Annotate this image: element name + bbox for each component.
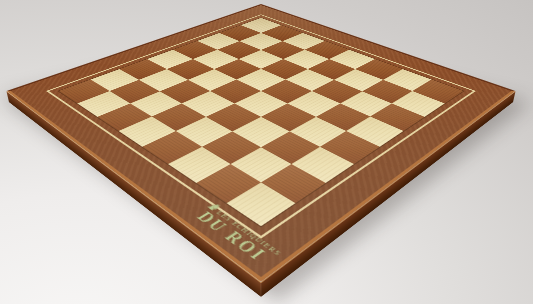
square-f4	[261, 103, 316, 131]
square-g6	[340, 91, 393, 117]
square-f5	[287, 91, 340, 117]
square-h5	[346, 117, 403, 147]
brand-logo: ♞ LES ECHIQUIERS DU ROI	[187, 200, 286, 269]
square-e1	[142, 131, 201, 164]
square-h2	[261, 164, 326, 203]
square-g3	[261, 131, 320, 164]
square-b1	[77, 91, 130, 117]
square-f1	[168, 147, 230, 183]
board-scene: ♞ LES ECHIQUIERS DU ROI	[0, 0, 533, 304]
square-c2	[130, 91, 183, 117]
square-c1	[97, 103, 152, 131]
square-g4	[289, 117, 346, 147]
chess-board: ♞ LES ECHIQUIERS DU ROI	[6, 4, 515, 282]
square-g5	[316, 103, 371, 131]
square-h7	[392, 91, 445, 117]
square-d3	[182, 91, 235, 117]
board-top-face: ♞ LES ECHIQUIERS DU ROI	[6, 4, 515, 282]
square-e3	[206, 103, 261, 131]
square-e2	[176, 117, 233, 147]
square-f3	[233, 117, 290, 147]
brand-logo-text-small: LES ECHIQUIERS	[215, 210, 283, 257]
board-squares	[57, 17, 464, 227]
square-d1	[119, 117, 176, 147]
square-d2	[152, 103, 207, 131]
square-g1	[196, 164, 261, 203]
square-g2	[230, 147, 292, 183]
square-h3	[292, 147, 354, 183]
square-f2	[202, 131, 261, 164]
square-h1	[227, 183, 295, 227]
knight-logo-icon: ♞	[204, 200, 223, 212]
brand-logo-text-main: DU ROI	[187, 205, 277, 268]
photo-background: ♞ LES ECHIQUIERS DU ROI	[0, 0, 533, 304]
square-h6	[370, 103, 425, 131]
square-e4	[235, 91, 288, 117]
square-h4	[320, 131, 379, 164]
